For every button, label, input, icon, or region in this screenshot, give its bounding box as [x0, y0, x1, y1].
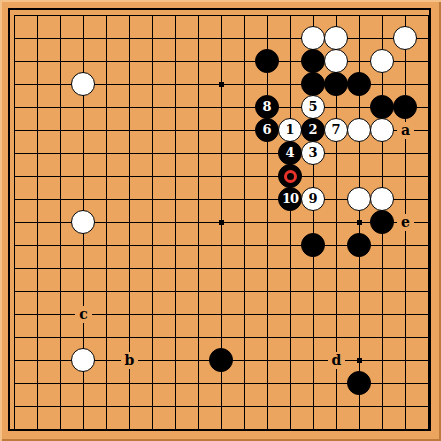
grid-line-horizontal [14, 406, 429, 407]
grid-line-vertical [267, 15, 268, 429]
stone-white: 9 [301, 187, 325, 211]
stone-black: 8 [255, 95, 279, 119]
board-letter-a: a [397, 122, 414, 139]
stone-black [393, 95, 417, 119]
red-circle-mark [284, 170, 297, 183]
stone-black: 4 [278, 141, 302, 165]
stone-black [255, 49, 279, 73]
stone-black: 6 [255, 118, 279, 142]
stone-white [71, 348, 95, 372]
stone-white [370, 187, 394, 211]
stone-white [71, 72, 95, 96]
stone-black: 10 [278, 187, 302, 211]
board-letter-b: b [121, 352, 138, 369]
stone-white [370, 118, 394, 142]
stone-white [301, 26, 325, 50]
stone-black [370, 95, 394, 119]
stone-black [347, 371, 371, 395]
stone-white [393, 26, 417, 50]
stone-white [324, 49, 348, 73]
move-number-label: 9 [302, 188, 324, 210]
stone-black [301, 49, 325, 73]
stone-black [278, 164, 302, 188]
hoshi-point [219, 82, 224, 87]
board-letter-c: c [75, 306, 92, 323]
grid-line-vertical [428, 15, 429, 429]
move-number-label: 5 [302, 96, 324, 118]
stone-white [324, 26, 348, 50]
stone-white [347, 187, 371, 211]
grid-line-vertical [244, 15, 245, 429]
stone-black [301, 72, 325, 96]
stone-black: 2 [301, 118, 325, 142]
stone-white: 3 [301, 141, 325, 165]
grid-line-horizontal [14, 291, 429, 292]
move-number-label: 2 [302, 119, 324, 141]
move-number-label: 7 [325, 119, 347, 141]
hoshi-point [357, 220, 362, 225]
stone-black [209, 348, 233, 372]
hoshi-point [219, 220, 224, 225]
stone-black [370, 210, 394, 234]
stone-black [347, 233, 371, 257]
stone-white [71, 210, 95, 234]
stone-white: 5 [301, 95, 325, 119]
move-number-label: 1 [279, 119, 301, 141]
grid-line-horizontal [14, 337, 429, 338]
stone-white [347, 118, 371, 142]
move-number-label: 3 [302, 142, 324, 164]
grid-line-horizontal [14, 429, 429, 430]
stone-white: 7 [324, 118, 348, 142]
stone-white: 1 [278, 118, 302, 142]
hoshi-point [357, 358, 362, 363]
grid-line-horizontal [14, 268, 429, 269]
move-number-label: 10 [279, 188, 301, 210]
move-number-label: 6 [256, 119, 278, 141]
grid-line-vertical [290, 15, 291, 429]
go-board: abcde85612743109 [0, 0, 441, 441]
stone-white [370, 49, 394, 73]
move-number-label: 4 [279, 142, 301, 164]
stone-black [301, 233, 325, 257]
stone-black [347, 72, 371, 96]
stone-black [324, 72, 348, 96]
board-letter-d: d [328, 352, 345, 369]
board-letter-e: e [397, 214, 414, 231]
move-number-label: 8 [256, 96, 278, 118]
